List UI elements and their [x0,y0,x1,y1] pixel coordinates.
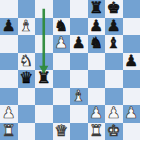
square-a5[interactable] [0,53,18,71]
square-c6[interactable] [35,35,53,53]
square-c1[interactable] [35,123,53,141]
black-pawn-f7: ♟ [89,18,103,35]
square-b4[interactable]: ♛ [18,70,36,88]
square-a3[interactable] [0,88,18,106]
square-h7[interactable] [123,18,141,36]
square-e8[interactable] [70,0,88,18]
square-h1[interactable] [123,123,141,141]
square-g1[interactable]: ♚ [105,123,123,141]
white-rook-f1: ♜ [89,123,103,140]
white-pawn-a2: ♟ [2,105,16,122]
black-knight-d7: ♞ [54,18,68,35]
square-d8[interactable] [53,0,71,18]
black-king-g8: ♚ [107,0,121,17]
square-c7[interactable] [35,18,53,36]
square-e2[interactable] [70,105,88,123]
square-d7[interactable]: ♞ [53,18,71,36]
black-rook-c4: ♜ [37,70,51,87]
square-g5[interactable] [105,53,123,71]
square-a4[interactable] [0,70,18,88]
square-g8[interactable]: ♚ [105,0,123,18]
square-d4[interactable] [53,70,71,88]
square-d6[interactable]: ♟ [53,35,71,53]
square-e6[interactable]: ♟ [70,35,88,53]
square-b3[interactable] [18,88,36,106]
square-h3[interactable] [123,88,141,106]
chess-board: ♜♚♟♝♞♟♟♟♟♞♝♞♟♛♜♝♟♟♟♟♜♛♜♚ [0,0,140,140]
square-h2[interactable]: ♟ [123,105,141,123]
white-queen-d1: ♛ [54,123,68,140]
white-bishop-e3: ♝ [72,88,86,105]
square-h5[interactable]: ♟ [123,53,141,71]
square-f3[interactable] [88,88,106,106]
square-e5[interactable] [70,53,88,71]
square-g6[interactable]: ♝ [105,35,123,53]
square-b6[interactable] [18,35,36,53]
white-king-g1: ♚ [107,123,121,140]
square-c8[interactable] [35,0,53,18]
square-e4[interactable] [70,70,88,88]
black-pawn-e6: ♟ [72,35,86,52]
square-d5[interactable] [53,53,71,71]
black-rook-f8: ♜ [89,0,103,17]
chess-board-wrap: ♜♚♟♝♞♟♟♟♟♞♝♞♟♛♜♝♟♟♟♟♜♛♜♚ [0,0,140,140]
white-pawn-f2: ♟ [89,105,103,122]
square-f6[interactable]: ♞ [88,35,106,53]
white-bishop-b7: ♝ [19,18,33,35]
square-f2[interactable]: ♟ [88,105,106,123]
square-b2[interactable] [18,105,36,123]
square-a8[interactable] [0,0,18,18]
square-e3[interactable]: ♝ [70,88,88,106]
square-e7[interactable] [70,18,88,36]
black-knight-f6: ♞ [89,35,103,52]
white-pawn-d6: ♟ [54,35,68,52]
square-c5[interactable] [35,53,53,71]
white-pawn-h2: ♟ [124,105,138,122]
square-g3[interactable] [105,88,123,106]
black-pawn-g7: ♟ [107,18,121,35]
square-a7[interactable]: ♟ [0,18,18,36]
black-queen-b4: ♛ [19,70,33,87]
square-c4[interactable]: ♜ [35,70,53,88]
white-pawn-g2: ♟ [107,105,121,122]
square-h8[interactable] [123,0,141,18]
square-a1[interactable]: ♜ [0,123,18,141]
square-f8[interactable]: ♜ [88,0,106,18]
square-b7[interactable]: ♝ [18,18,36,36]
square-c3[interactable] [35,88,53,106]
black-bishop-g6: ♝ [107,35,121,52]
square-d1[interactable]: ♛ [53,123,71,141]
square-g7[interactable]: ♟ [105,18,123,36]
square-f5[interactable] [88,53,106,71]
square-c2[interactable] [35,105,53,123]
square-b8[interactable] [18,0,36,18]
square-f1[interactable]: ♜ [88,123,106,141]
square-f7[interactable]: ♟ [88,18,106,36]
square-b5[interactable]: ♞ [18,53,36,71]
square-h6[interactable] [123,35,141,53]
white-rook-a1: ♜ [2,123,16,140]
square-e1[interactable] [70,123,88,141]
white-knight-b5: ♞ [19,53,33,70]
square-g2[interactable]: ♟ [105,105,123,123]
black-pawn-h5: ♟ [124,53,138,70]
square-b1[interactable] [18,123,36,141]
square-h4[interactable] [123,70,141,88]
square-d3[interactable] [53,88,71,106]
square-d2[interactable] [53,105,71,123]
black-pawn-a7: ♟ [2,18,16,35]
square-a2[interactable]: ♟ [0,105,18,123]
square-f4[interactable] [88,70,106,88]
square-a6[interactable] [0,35,18,53]
square-g4[interactable] [105,70,123,88]
